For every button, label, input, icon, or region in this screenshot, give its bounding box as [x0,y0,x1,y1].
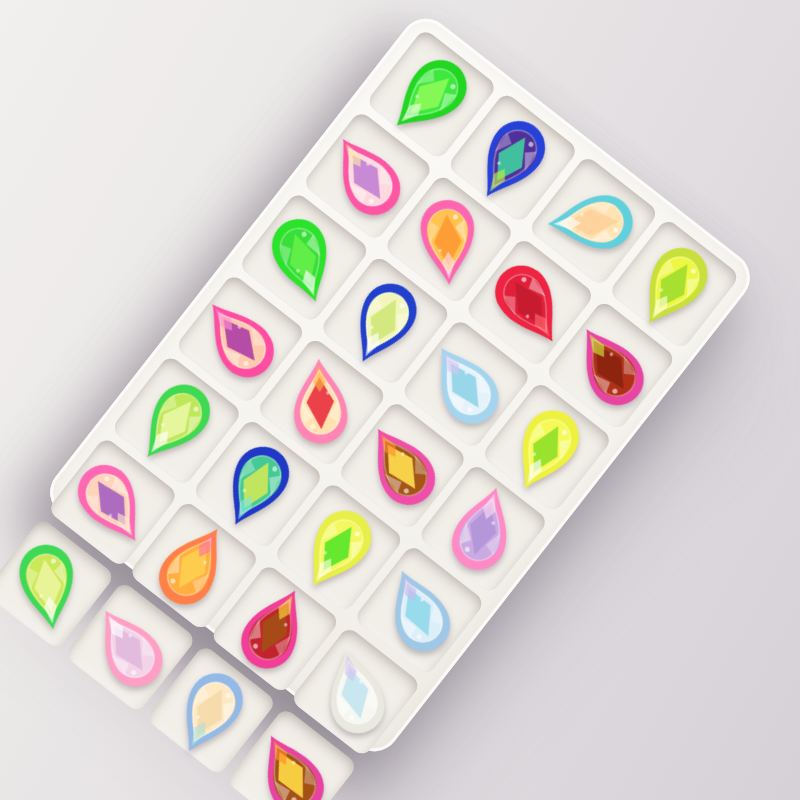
rhinestone-tray [40,8,761,761]
tray-grid [59,28,740,742]
photo-stage [0,0,800,800]
